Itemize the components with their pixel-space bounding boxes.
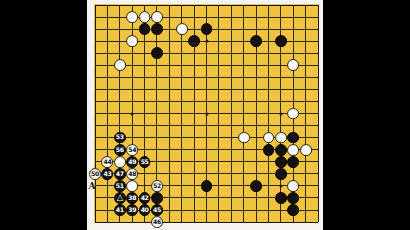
move-38-stone: 38 [126,192,138,204]
white-stone [287,59,299,71]
black-stone [151,47,163,59]
white-stone [114,156,126,168]
grid-line [95,222,318,223]
move-52-stone: 52 [151,180,163,192]
grid-line [243,5,244,222]
black-stone [275,156,287,168]
move-56-stone: 56 [114,144,126,156]
white-stone [126,180,138,192]
black-stone [275,144,287,156]
black-stone [151,23,163,35]
move-43-stone: 43 [101,168,113,180]
grid-line [218,5,219,222]
white-stone [263,132,275,144]
white-stone [151,11,163,23]
move-47-stone: 47 [114,168,126,180]
black-stone [287,192,299,204]
black-stone [287,204,299,216]
letterbox-background: 38394041424344454647484950515253545556△A [0,0,410,230]
black-stone [151,192,163,204]
white-stone [139,11,151,23]
move-49-stone: 49 [126,156,138,168]
white-stone [300,144,312,156]
star-point [205,40,208,43]
black-stone [139,23,151,35]
move-51-stone: 51 [114,180,126,192]
white-stone [287,180,299,192]
grid-line [231,5,232,222]
go-board: 38394041424344454647484950515253545556△A [94,4,319,223]
black-stone [275,168,287,180]
black-stone [250,35,262,47]
move-41-stone: 41 [114,204,126,216]
move-42-stone: 42 [139,192,151,204]
white-stone [176,23,188,35]
star-point [205,112,208,115]
black-stone [188,35,200,47]
white-stone [287,144,299,156]
white-stone [126,35,138,47]
white-stone [126,11,138,23]
grid-line [305,5,306,222]
move-39-stone: 39 [126,204,138,216]
black-stone [250,180,262,192]
grid-line [95,125,318,126]
move-50-stone: 50 [89,168,101,180]
black-stone [287,156,299,168]
black-stone [201,180,213,192]
star-point [131,112,134,115]
grid-line [268,5,269,222]
star-point [279,112,282,115]
move-44-stone: 44 [101,156,113,168]
white-stone [275,132,287,144]
point-label-A: A [89,181,96,191]
move-45-stone: 45 [151,204,163,216]
black-stone [275,35,287,47]
triangle-marked-stone: △ [114,192,126,204]
black-stone [263,144,275,156]
white-stone [287,108,299,120]
move-40-stone: 40 [139,204,151,216]
white-stone [238,132,250,144]
grid-line [318,5,319,222]
move-53-stone: 53 [114,132,126,144]
move-54-stone: 54 [126,144,138,156]
black-stone [201,23,213,35]
star-point [279,184,282,187]
white-stone [114,59,126,71]
move-46-stone: 46 [151,216,163,228]
move-48-stone: 48 [126,168,138,180]
black-stone [287,132,299,144]
black-stone [275,192,287,204]
move-55-stone: 55 [139,156,151,168]
